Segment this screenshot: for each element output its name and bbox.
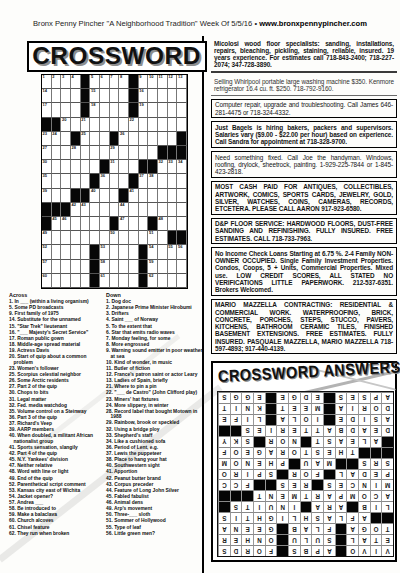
grid-cell[interactable]: [90, 217, 100, 231]
answer-cell: E: [230, 534, 242, 545]
cell-number: 18: [91, 103, 95, 107]
grid-cell[interactable]: [90, 203, 100, 217]
grid-cell[interactable]: 54: [148, 245, 158, 259]
grid-cell[interactable]: [110, 174, 120, 188]
grid-cell[interactable]: 42: [71, 203, 81, 217]
cell-number: 25: [81, 132, 85, 136]
grid-cell[interactable]: [100, 146, 110, 160]
grid-cell[interactable]: [110, 189, 120, 203]
answer-black-square: [323, 414, 335, 425]
answer-cell: D: [300, 392, 312, 403]
grid-cell[interactable]: [71, 174, 81, 188]
grid-cell[interactable]: [139, 132, 149, 146]
answer-cell: U: [288, 534, 300, 545]
answer-cell: T: [300, 490, 312, 501]
crossword-answers-box: CROSSWORD ANSWERS VIVOAPBSFORDSETALSULUO…: [211, 361, 397, 562]
grid-cell[interactable]: [52, 189, 62, 203]
grid-cell[interactable]: 60: [42, 274, 52, 288]
black-square: [129, 75, 139, 89]
black-square: [81, 189, 91, 203]
grid-cell[interactable]: 1: [42, 75, 52, 89]
grid-cell[interactable]: 50: [110, 231, 120, 245]
across-clue: 5. Some PD broadcasts: [9, 305, 106, 311]
grid-cell[interactable]: [71, 103, 81, 117]
answer-cell: F: [218, 447, 230, 458]
answer-black-square: [335, 534, 347, 545]
answer-cell: I: [346, 403, 358, 414]
black-square: [42, 118, 52, 132]
classified-ad: D&P FLOOR SERVICE: HARDWOOD FLOORS, DUST…: [211, 218, 397, 245]
across-clue: 19. Actress Davis: [9, 348, 106, 354]
answer-cell: S: [288, 545, 300, 556]
grid-cell[interactable]: [158, 132, 168, 146]
grid-cell[interactable]: 59: [148, 260, 158, 274]
grid-cell[interactable]: [129, 160, 139, 174]
cell-number: 19: [139, 103, 143, 107]
grid-cell[interactable]: 45: [52, 217, 62, 231]
grid-cell[interactable]: [119, 89, 129, 103]
answer-black-square: [265, 414, 277, 425]
page-header: Bronx Penny Pincher "A Neighborhood Trad…: [0, 19, 400, 28]
down-clue: 37. Lewis the puppeteer: [106, 451, 203, 457]
header-url: www.bronxpennypincher.com: [259, 19, 367, 28]
grid-cell[interactable]: 23: [42, 132, 52, 146]
grid-cell[interactable]: 14: [42, 89, 52, 103]
answer-cell: O: [230, 458, 242, 469]
grid-cell[interactable]: [61, 174, 71, 188]
grid-cell[interactable]: [168, 174, 178, 188]
grid-cell[interactable]: [129, 146, 139, 160]
grid-cell[interactable]: [81, 274, 91, 288]
cell-number: 6: [101, 75, 103, 79]
answer-cell: H: [265, 458, 277, 469]
grid-cell[interactable]: 35: [42, 174, 52, 188]
answer-cell: P: [381, 469, 393, 480]
answer-cell: A: [381, 392, 393, 403]
grid-cell[interactable]: 22: [129, 118, 139, 132]
down-clue: 42. Peanut butter brand: [106, 476, 203, 482]
down-clues-column: Down 1. Dog doc2. Japanese Prime Ministe…: [106, 292, 203, 537]
grid-cell[interactable]: [168, 118, 178, 132]
grid-cell[interactable]: [71, 260, 81, 274]
grid-cell[interactable]: [90, 118, 100, 132]
grid-cell[interactable]: [52, 245, 62, 259]
grid-cell[interactable]: [177, 203, 187, 217]
grid-cell[interactable]: 9: [139, 75, 149, 89]
grid-cell[interactable]: [158, 174, 168, 188]
answer-cell: N: [241, 458, 253, 469]
grid-cell[interactable]: [110, 89, 120, 103]
grid-cell[interactable]: [61, 245, 71, 259]
grid-cell[interactable]: [177, 260, 187, 274]
cell-number: 60: [43, 274, 47, 278]
grid-cell[interactable]: 13: [177, 75, 187, 89]
grid-cell[interactable]: [139, 231, 149, 245]
grid-cell[interactable]: [100, 89, 110, 103]
grid-cell[interactable]: 7: [110, 75, 120, 89]
grid-cell[interactable]: [129, 203, 139, 217]
grid-cell[interactable]: 37: [139, 174, 149, 188]
grid-cell[interactable]: [158, 231, 168, 245]
cell-number: 41: [130, 189, 134, 193]
cell-number: 31: [110, 160, 114, 164]
grid-cell[interactable]: [52, 231, 62, 245]
answer-cell: P: [370, 392, 382, 403]
grid-cell[interactable]: 41: [129, 189, 139, 203]
grid-cell[interactable]: 30: [42, 160, 52, 174]
answer-cell: D: [346, 425, 358, 436]
grid-cell[interactable]: [100, 217, 110, 231]
grid-cell[interactable]: 56: [177, 245, 187, 259]
grid-cell[interactable]: [110, 274, 120, 288]
grid-cell[interactable]: 10: [148, 75, 158, 89]
grid-cell[interactable]: [71, 160, 81, 174]
grid-cell[interactable]: 20: [61, 118, 71, 132]
black-square: [81, 75, 91, 89]
cell-number: 36: [101, 174, 105, 178]
grid-cell[interactable]: [61, 132, 71, 146]
grid-cell[interactable]: [52, 89, 62, 103]
grid-cell[interactable]: [148, 118, 158, 132]
grid-cell[interactable]: [129, 132, 139, 146]
grid-cell[interactable]: [158, 245, 168, 259]
grid-cell[interactable]: [148, 189, 158, 203]
answer-cell: N: [241, 403, 253, 414]
grid-cell[interactable]: [61, 274, 71, 288]
grid-cell[interactable]: [61, 260, 71, 274]
answer-cell: F: [346, 512, 358, 523]
grid-cell[interactable]: 5: [90, 75, 100, 89]
cell-number: 49: [43, 231, 47, 235]
grid-cell[interactable]: 48: [158, 217, 168, 231]
grid-cell[interactable]: [168, 189, 178, 203]
across-clue: 53. Kansas city east of Wichita: [9, 488, 106, 494]
grid-cell[interactable]: [139, 146, 149, 160]
grid-cell[interactable]: [71, 231, 81, 245]
answer-black-square: [381, 447, 393, 458]
classified-ad: MARIO MAZZELLA CONTRACTING: RESIDENTIAL …: [211, 299, 397, 355]
grid-cell[interactable]: [148, 89, 158, 103]
grid-cell[interactable]: [90, 146, 100, 160]
grid-cell[interactable]: [158, 260, 168, 274]
answer-black-square: [288, 458, 300, 469]
grid-cell[interactable]: [119, 160, 129, 174]
answer-cell: N: [265, 490, 277, 501]
grid-cell[interactable]: [61, 146, 71, 160]
grid-cell[interactable]: [148, 132, 158, 146]
answer-cell: S: [218, 512, 230, 523]
grid-cell[interactable]: 2: [52, 75, 62, 89]
grid-cell[interactable]: [139, 118, 149, 132]
grid-cell[interactable]: [158, 118, 168, 132]
grid-cell[interactable]: 27: [42, 146, 52, 160]
grid-cell[interactable]: [61, 89, 71, 103]
grid-cell[interactable]: [158, 89, 168, 103]
grid-cell[interactable]: 28: [71, 146, 81, 160]
cell-number: 3: [62, 75, 64, 79]
grid-cell[interactable]: [177, 189, 187, 203]
grid-cell[interactable]: [81, 260, 91, 274]
black-square: [177, 146, 187, 160]
down-clue: 2. Japanese Prime Minister Hirobumi: [106, 305, 203, 311]
across-clue: 48. Word with line or light: [9, 469, 106, 475]
grid-cell[interactable]: 3: [61, 75, 71, 89]
grid-cell[interactable]: [52, 174, 62, 188]
answer-cell: T: [381, 523, 393, 534]
grid-cell[interactable]: [110, 203, 120, 217]
grid-cell[interactable]: [168, 274, 178, 288]
cell-number: 51: [149, 231, 153, 235]
grid-cell[interactable]: 32: [158, 160, 168, 174]
grid-cell[interactable]: [177, 89, 187, 103]
cell-number: 48: [159, 217, 163, 221]
grid-cell[interactable]: 52: [42, 245, 52, 259]
cell-number: 9: [139, 75, 141, 79]
grid-cell[interactable]: 12: [168, 75, 178, 89]
grid-cell[interactable]: 55: [168, 245, 178, 259]
grid-cell[interactable]: [129, 217, 139, 231]
answer-black-square: [300, 436, 312, 447]
answer-cell: G: [265, 523, 277, 534]
cell-number: 26: [120, 132, 124, 136]
answer-cell: L: [346, 534, 358, 545]
grid-cell[interactable]: 46: [61, 217, 71, 231]
black-square: [81, 89, 91, 103]
grid-cell[interactable]: [148, 103, 158, 117]
grid-cell[interactable]: 17: [42, 103, 52, 117]
answer-cell: A: [218, 523, 230, 534]
grid-cell[interactable]: [119, 146, 129, 160]
grid-cell[interactable]: [119, 274, 129, 288]
grid-cell[interactable]: 34: [177, 160, 187, 174]
grid-cell[interactable]: 25: [81, 132, 91, 146]
down-clue: 6. Star that emits radio waves: [106, 330, 203, 336]
grid-cell[interactable]: [168, 103, 178, 117]
black-square: [139, 260, 149, 274]
answer-cell: Y: [218, 436, 230, 447]
grid-cell[interactable]: [81, 160, 91, 174]
across-clue: 14. Substitute for the unnamed: [9, 317, 106, 323]
grid-cell[interactable]: [168, 260, 178, 274]
grid-cell[interactable]: 62: [148, 274, 158, 288]
grid-cell[interactable]: 53: [100, 245, 110, 259]
grid-cell[interactable]: [61, 160, 71, 174]
answer-cell: D: [381, 403, 393, 414]
grid-cell[interactable]: [110, 260, 120, 274]
grid-cell[interactable]: 49: [42, 231, 52, 245]
grid-cell[interactable]: [177, 274, 187, 288]
cell-number: 12: [168, 75, 172, 79]
grid-cell[interactable]: [119, 245, 129, 259]
grid-cell[interactable]: [100, 118, 110, 132]
grid-cell[interactable]: 8: [119, 75, 129, 89]
grid-cell[interactable]: [110, 103, 120, 117]
grid-cell[interactable]: 26: [119, 132, 129, 146]
grid-cell[interactable]: 6: [100, 75, 110, 89]
answer-cell: C: [230, 479, 242, 490]
grid-cell[interactable]: [177, 118, 187, 132]
answer-black-square: [276, 534, 288, 545]
across-clue: 30. Chops to bits: [9, 390, 106, 396]
grid-cell[interactable]: [100, 189, 110, 203]
grid-cell[interactable]: [52, 260, 62, 274]
grid-cell[interactable]: [148, 146, 158, 160]
grid-cell[interactable]: [119, 260, 129, 274]
grid-cell[interactable]: [100, 132, 110, 146]
answer-cell: G: [241, 392, 253, 403]
cell-number: 38: [149, 174, 153, 178]
cell-number: 52: [43, 245, 47, 249]
cell-number: 21: [81, 118, 85, 122]
across-clue: 59. Make a balaclava: [9, 512, 106, 518]
grid-cell[interactable]: [52, 160, 62, 174]
answer-black-square: [323, 469, 335, 480]
answer-cell: E: [253, 523, 265, 534]
grid-cell[interactable]: [158, 189, 168, 203]
grid-cell[interactable]: 19: [139, 103, 149, 117]
grid-cell[interactable]: 51: [148, 231, 158, 245]
grid-cell[interactable]: [90, 231, 100, 245]
classified-ad: Micolosi wood floor specialists: sanding…: [211, 38, 397, 73]
black-square: [129, 174, 139, 188]
grid-cell[interactable]: 31: [110, 160, 120, 174]
grid-cell[interactable]: 40: [90, 189, 100, 203]
grid-cell[interactable]: [119, 231, 129, 245]
grid-cell[interactable]: [90, 160, 100, 174]
grid-cell[interactable]: [139, 217, 149, 231]
answer-cell: M: [323, 458, 335, 469]
grid-cell[interactable]: 58: [100, 260, 110, 274]
grid-cell[interactable]: 24: [52, 132, 62, 146]
grid-cell[interactable]: [129, 245, 139, 259]
answer-cell: N: [276, 501, 288, 512]
grid-cell[interactable]: [81, 146, 91, 160]
grid-cell[interactable]: 44: [119, 203, 129, 217]
cell-number: 13: [178, 75, 182, 79]
grid-cell[interactable]: [52, 146, 62, 160]
down-clue: 44. Feature of Long John Silver: [106, 488, 203, 494]
grid-cell[interactable]: 15: [90, 89, 100, 103]
answer-cell: A: [358, 512, 370, 523]
grid-cell[interactable]: [148, 203, 158, 217]
grid-cell[interactable]: 33: [168, 160, 178, 174]
answer-cell: L: [300, 534, 312, 545]
grid-cell[interactable]: 47: [119, 217, 129, 231]
grid-cell[interactable]: [158, 203, 168, 217]
answer-cell: A: [346, 469, 358, 480]
grid-cell[interactable]: 61: [100, 274, 110, 288]
answer-cell: O: [218, 469, 230, 480]
cell-number: 7: [110, 75, 112, 79]
grid-cell[interactable]: [61, 189, 71, 203]
grid-cell[interactable]: 36: [100, 174, 110, 188]
grid-cell[interactable]: [71, 274, 81, 288]
grid-cell[interactable]: [129, 274, 139, 288]
grid-cell[interactable]: [100, 231, 110, 245]
answer-cell: O: [230, 447, 242, 458]
grid-cell[interactable]: [119, 103, 129, 117]
answer-cell: G: [358, 523, 370, 534]
grid-cell[interactable]: [81, 217, 91, 231]
grid-cell[interactable]: 21: [81, 118, 91, 132]
answer-cell: B: [288, 523, 300, 534]
grid-cell[interactable]: [110, 245, 120, 259]
answer-cell: S: [311, 447, 323, 458]
grid-cell[interactable]: 43: [81, 203, 91, 217]
grid-cell[interactable]: [158, 274, 168, 288]
grid-cell[interactable]: [119, 118, 129, 132]
grid-cell[interactable]: [81, 231, 91, 245]
across-clue: 1. In ___ (within a living organism): [9, 299, 106, 305]
grid-cell[interactable]: [168, 217, 178, 231]
down-clue: 4. Saint ___ of Norway: [106, 317, 203, 323]
grid-cell[interactable]: 18: [90, 103, 100, 117]
grid-cell[interactable]: [81, 245, 91, 259]
grid-cell[interactable]: [168, 203, 178, 217]
answer-cell: I: [265, 425, 277, 436]
grid-cell[interactable]: 38: [148, 174, 158, 188]
grid-cell[interactable]: [71, 118, 81, 132]
black-square: [81, 103, 91, 117]
grid-cell[interactable]: [71, 217, 81, 231]
grid-cell[interactable]: [100, 103, 110, 117]
answer-cell: A: [276, 414, 288, 425]
grid-cell[interactable]: [129, 231, 139, 245]
grid-cell[interactable]: [139, 203, 149, 217]
grid-cell[interactable]: [177, 174, 187, 188]
grid-cell[interactable]: [139, 189, 149, 203]
grid-cell[interactable]: [100, 203, 110, 217]
grid-cell[interactable]: [110, 118, 120, 132]
answer-cell: L: [335, 469, 347, 480]
grid-cell[interactable]: [129, 260, 139, 274]
answer-cell: T: [218, 403, 230, 414]
cell-number: 29: [110, 146, 114, 150]
grid-cell[interactable]: [52, 274, 62, 288]
answer-cell: S: [311, 512, 323, 523]
grid-cell[interactable]: [168, 89, 178, 103]
answer-cell: R: [276, 425, 288, 436]
grid-cell[interactable]: 4: [71, 75, 81, 89]
black-square: [90, 245, 100, 259]
answer-black-square: [218, 490, 230, 501]
answer-black-square: [253, 436, 265, 447]
grid-cell[interactable]: 16: [139, 89, 149, 103]
grid-cell[interactable]: [71, 245, 81, 259]
answer-cell: C: [218, 479, 230, 490]
grid-cell[interactable]: [90, 132, 100, 146]
black-square: [42, 217, 52, 231]
grid-cell[interactable]: 11: [158, 75, 168, 89]
grid-cell[interactable]: [81, 174, 91, 188]
answer-cell: S: [230, 501, 242, 512]
answer-cell: P: [253, 469, 265, 480]
grid-cell[interactable]: [177, 103, 187, 117]
grid-cell[interactable]: [119, 174, 129, 188]
grid-cell[interactable]: [61, 103, 71, 117]
grid-cell[interactable]: [71, 89, 81, 103]
grid-cell[interactable]: [52, 103, 62, 117]
grid-cell[interactable]: 57: [42, 260, 52, 274]
grid-cell[interactable]: 39: [42, 189, 52, 203]
grid-cell[interactable]: [61, 231, 71, 245]
grid-cell[interactable]: 29: [110, 146, 120, 160]
grid-cell[interactable]: [177, 217, 187, 231]
answer-cell: T: [370, 534, 382, 545]
grid-cell[interactable]: [158, 103, 168, 117]
answer-cell: M: [381, 479, 393, 490]
grid-cell[interactable]: [168, 132, 178, 146]
